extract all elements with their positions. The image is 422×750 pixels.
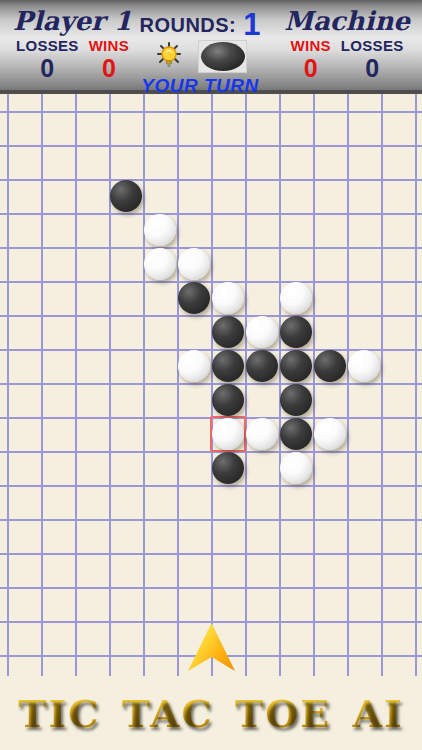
player-losses-label: LOSSES bbox=[16, 38, 79, 54]
white-stone bbox=[348, 350, 380, 382]
player-wins-value: 0 bbox=[102, 55, 116, 81]
black-stone bbox=[280, 418, 312, 450]
white-stone bbox=[212, 282, 244, 314]
round-number: 1 bbox=[243, 10, 260, 39]
player-stats: LOSSES 0 WINS 0 bbox=[16, 38, 129, 81]
black-stone bbox=[280, 384, 312, 416]
player-wins-col: WINS 0 bbox=[89, 38, 129, 81]
hint-button[interactable] bbox=[153, 41, 185, 73]
score-header: Player 1 LOSSES 0 WINS 0 ROUNDS: 1 bbox=[0, 0, 422, 94]
player-losses-value: 0 bbox=[40, 55, 54, 81]
machine-panel: Machine WINS 0 LOSSES 0 bbox=[272, 0, 422, 90]
white-stone bbox=[280, 282, 312, 314]
black-stone bbox=[314, 350, 346, 382]
black-stone bbox=[178, 282, 210, 314]
machine-losses-col: LOSSES 0 bbox=[341, 38, 404, 81]
white-stone bbox=[212, 418, 244, 450]
round-turn-panel: ROUNDS: 1 bbox=[138, 0, 262, 90]
player-name: Player 1 bbox=[13, 6, 132, 36]
white-stone bbox=[178, 248, 210, 280]
white-stone bbox=[144, 214, 176, 246]
machine-losses-label: LOSSES bbox=[341, 38, 404, 54]
player-wins-label: WINS bbox=[89, 38, 129, 54]
black-stone bbox=[212, 316, 244, 348]
machine-wins-value: 0 bbox=[304, 55, 318, 81]
app-window: Player 1 LOSSES 0 WINS 0 ROUNDS: 1 bbox=[0, 0, 422, 750]
white-stone bbox=[314, 418, 346, 450]
board[interactable] bbox=[0, 94, 422, 676]
black-stone bbox=[246, 350, 278, 382]
white-stone bbox=[246, 316, 278, 348]
machine-wins-col: WINS 0 bbox=[290, 38, 330, 81]
rounds-row: ROUNDS: 1 bbox=[139, 13, 260, 39]
machine-wins-label: WINS bbox=[290, 38, 330, 54]
title-banner: TIC TAC TOE AI bbox=[0, 676, 422, 750]
black-stone bbox=[212, 350, 244, 382]
rounds-label: ROUNDS: bbox=[139, 13, 236, 37]
turn-icons-row bbox=[153, 40, 247, 73]
turn-stone-indicator bbox=[198, 40, 247, 73]
up-arrow-indicator[interactable] bbox=[188, 623, 235, 671]
black-stone bbox=[280, 316, 312, 348]
machine-name: Machine bbox=[284, 6, 410, 36]
black-stone-icon bbox=[201, 42, 245, 71]
black-stone bbox=[212, 452, 244, 484]
player-panel: Player 1 LOSSES 0 WINS 0 bbox=[0, 0, 145, 90]
white-stone bbox=[246, 418, 278, 450]
black-stone bbox=[212, 384, 244, 416]
white-stone bbox=[178, 350, 210, 382]
app-title: TIC TAC TOE AI bbox=[18, 691, 404, 736]
machine-stats: WINS 0 LOSSES 0 bbox=[290, 38, 403, 81]
white-stone bbox=[144, 248, 176, 280]
lightbulb-icon bbox=[153, 41, 185, 73]
white-stone bbox=[280, 452, 312, 484]
machine-losses-value: 0 bbox=[365, 55, 379, 81]
black-stone bbox=[280, 350, 312, 382]
player-losses-col: LOSSES 0 bbox=[16, 38, 79, 81]
black-stone bbox=[110, 180, 142, 212]
